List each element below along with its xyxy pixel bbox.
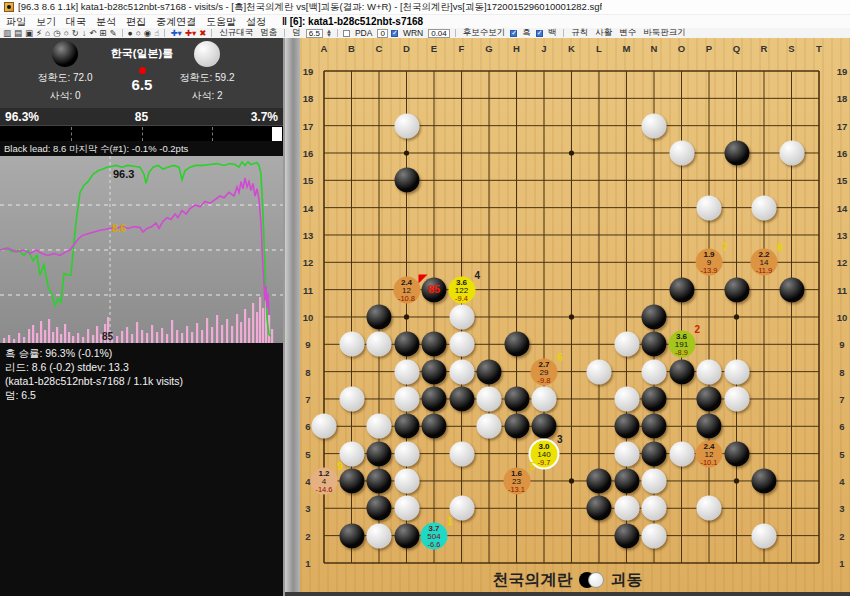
menu-7[interactable]: 설정 <box>246 15 266 29</box>
toolbar: ▥▤▣⚡⌂◷○↻↓↶⊞✎●○◉☝✚▾✚▾✖신규대국멈춤덤6.5▲ ▼PDA0WR… <box>0 28 850 38</box>
app-icon <box>4 2 14 12</box>
show-white-checkbox[interactable] <box>536 30 543 37</box>
current-turn-dot <box>139 67 146 74</box>
black-stone-N7[interactable] <box>642 386 667 411</box>
coord-col-F: F <box>459 43 465 54</box>
red-x-icon[interactable]: ✖ <box>199 28 206 38</box>
black-stone-M2[interactable] <box>614 523 639 548</box>
black-stone-E11[interactable]: 85 <box>422 277 447 302</box>
pause-button[interactable]: 멈춤 <box>258 28 279 38</box>
candidate-move-E2[interactable]: 3.7504-6.61 <box>421 522 448 549</box>
coord-col-S: S <box>788 43 794 54</box>
menu-0[interactable]: 파일 <box>6 15 26 29</box>
coord-col-Q: Q <box>733 43 740 54</box>
black-stone-M4[interactable] <box>614 468 639 493</box>
black-stone-E7[interactable] <box>422 386 447 411</box>
coord-row-left-16: 16 <box>303 147 314 158</box>
coord-row-right-2: 2 <box>839 530 844 541</box>
players-panel: 정확도: 72.0 사석: 0 한국(일본)룰 6.5 정확도: 59.2 사석… <box>0 38 283 108</box>
white-stone-G6[interactable] <box>477 414 502 439</box>
coord-row-left-15: 15 <box>303 175 314 186</box>
winrate-graph[interactable]: 96.38.685 <box>0 156 283 343</box>
info-line-engine: (kata1-b28c512nbt-s7168 / 1.1k visits) <box>5 374 278 388</box>
coord-row-left-2: 2 <box>305 530 310 541</box>
toolbar-separator <box>337 29 338 37</box>
winbar-tick <box>212 127 213 141</box>
coord-row-right-10: 10 <box>837 311 848 322</box>
rules-button[interactable]: 규칙 <box>569 28 590 38</box>
white-stone-N3[interactable] <box>642 496 667 521</box>
black-stone-S11[interactable] <box>779 277 804 302</box>
window-bottom-strip <box>285 592 850 596</box>
engine-start-icon[interactable]: ⚡ <box>36 28 42 38</box>
coord-row-right-15: 15 <box>837 175 848 186</box>
black-stone-R4[interactable] <box>752 468 777 493</box>
game-caption: 천국의계란괴동 <box>285 570 850 591</box>
window-title: [96.3 8.6 1.1k] kata1-b28c512nbt-s7168 -… <box>18 1 602 14</box>
coord-row-left-14: 14 <box>303 202 314 213</box>
white-stone-O16[interactable] <box>669 140 694 165</box>
white-stone-D17[interactable] <box>394 113 419 138</box>
black-stone-N10[interactable] <box>642 304 667 329</box>
info-line-lead: 리드: 8.6 (-0.2) stdev: 13.3 <box>5 360 278 374</box>
new-game-button[interactable]: 신규대국 <box>217 28 255 38</box>
move-number: 85 <box>0 110 283 124</box>
coord-row-right-3: 3 <box>839 503 844 514</box>
black-stone-G8[interactable] <box>477 359 502 384</box>
white-player-info: 정확도: 59.2 사석: 2 <box>160 38 254 103</box>
svg-text:85: 85 <box>102 331 114 342</box>
white-label: 백 <box>546 28 559 38</box>
black-stone-E8[interactable] <box>422 359 447 384</box>
menu-4[interactable]: 편집 <box>126 15 146 29</box>
white-stone-F10[interactable] <box>449 304 474 329</box>
white-stone-D4[interactable] <box>394 468 419 493</box>
lifedeath-button[interactable]: 사활 <box>593 28 614 38</box>
winrate-row: 96.3% 85 3.7% <box>0 108 283 125</box>
menu-6[interactable]: 도움말 <box>206 15 236 29</box>
winbar-tick <box>142 127 143 141</box>
lead-row: Black lead: 8.6 마지막 수(#1): -0.1% -0.2pts <box>0 141 283 156</box>
coord-col-N: N <box>651 43 658 54</box>
coord-row-left-17: 17 <box>303 120 314 131</box>
candidate-move-H4[interactable]: 1.623-13.15 <box>503 467 530 494</box>
coord-col-E: E <box>431 43 437 54</box>
white-stone-N17[interactable] <box>642 113 667 138</box>
last-move-number: 85 <box>422 282 447 294</box>
black-stone-J6[interactable] <box>532 414 557 439</box>
white-stone-L8[interactable] <box>587 359 612 384</box>
svg-text:8.6: 8.6 <box>112 223 126 234</box>
coord-col-M: M <box>623 43 631 54</box>
empty-circle-icon[interactable]: ○ <box>64 28 69 38</box>
black-stone-N6[interactable] <box>642 414 667 439</box>
white-stone-D5[interactable] <box>394 441 419 466</box>
coord-col-C: C <box>376 43 383 54</box>
komi-input[interactable]: 6.5 <box>306 29 323 38</box>
coord-row-left-7: 7 <box>305 393 310 404</box>
white-stone-R2[interactable] <box>752 523 777 548</box>
wrn-checkbox[interactable] <box>391 30 398 37</box>
black-stone-H7[interactable] <box>504 386 529 411</box>
copy-board-icon[interactable]: ▥ <box>3 28 11 38</box>
white-share-segment <box>272 127 282 141</box>
coord-col-J: J <box>541 43 546 54</box>
coord-col-T: T <box>816 43 822 54</box>
coord-col-L: L <box>596 43 602 54</box>
white-stone-Q8[interactable] <box>724 359 749 384</box>
candidate-move-F11[interactable]: 3.6122-9.44 <box>448 276 475 303</box>
katago-analysis-window: [96.3 8.6 1.1k] kata1-b28c512nbt-s7168 -… <box>0 0 850 596</box>
analysis-panel: 정확도: 72.0 사석: 0 한국(일본)룰 6.5 정확도: 59.2 사석… <box>0 38 285 596</box>
black-stone-D2[interactable] <box>394 523 419 548</box>
white-stone-C2[interactable] <box>367 523 392 548</box>
toolbar-separator <box>563 29 564 37</box>
coord-col-H: H <box>513 43 520 54</box>
white-stone-F8[interactable] <box>449 359 474 384</box>
white-player-name: 괴동 <box>611 571 643 588</box>
svg-text:96.3: 96.3 <box>113 168 134 180</box>
black-stone-P7[interactable] <box>697 386 722 411</box>
coord-row-right-16: 16 <box>837 147 848 158</box>
coord-col-B: B <box>348 43 355 54</box>
coord-row-right-14: 14 <box>837 202 848 213</box>
komi-spinner[interactable]: ▲ ▼ <box>326 29 332 37</box>
coord-row-left-12: 12 <box>303 257 314 268</box>
black-stone-M6[interactable] <box>614 414 639 439</box>
black-stone-O11[interactable] <box>669 277 694 302</box>
session-label: ‖ [6]: kata1-b28c512nbt-s7168 <box>282 16 423 27</box>
pda-input[interactable]: 0 <box>377 29 387 38</box>
menu-1[interactable]: 보기 <box>36 15 56 29</box>
white-stone-D8[interactable] <box>394 359 419 384</box>
white-stone-P3[interactable] <box>697 496 722 521</box>
undo-arrow-icon[interactable]: ↶ <box>89 28 96 38</box>
black-stone-D6[interactable] <box>394 414 419 439</box>
coord-col-A: A <box>321 43 328 54</box>
wrn-label: WRN <box>401 28 425 38</box>
white-stone-icon <box>194 41 220 67</box>
show-candidates-label: 후보수보기 <box>461 28 508 38</box>
white-stone-N2[interactable] <box>642 523 667 548</box>
white-stone-S16[interactable] <box>779 140 804 165</box>
candidate-move-P5[interactable]: 2.412-10.1 <box>696 440 723 467</box>
white-stone-N4[interactable] <box>642 468 667 493</box>
black-stone-H6[interactable] <box>504 414 529 439</box>
white-stone-J7[interactable] <box>532 386 557 411</box>
white-winrate: 3.7% <box>251 110 278 124</box>
white-stone-B9[interactable] <box>339 332 364 357</box>
white-stone-O5[interactable] <box>669 441 694 466</box>
white-stone-Q7[interactable] <box>724 386 749 411</box>
white-stone-C6[interactable] <box>367 414 392 439</box>
winbar-tick <box>71 127 72 141</box>
info-line-komi: 덤: 6.5 <box>5 388 278 402</box>
coord-row-right-18: 18 <box>837 93 848 104</box>
coord-col-P: P <box>706 43 712 54</box>
winrate-bar[interactable] <box>0 125 283 141</box>
coord-row-right-19: 19 <box>837 66 848 77</box>
toolbar-separator <box>455 29 456 37</box>
coord-row-left-3: 3 <box>305 503 310 514</box>
black-stone-Q16[interactable] <box>724 140 749 165</box>
candidate-move-R12[interactable]: 2.214-11.98 <box>751 249 778 276</box>
menu-2[interactable]: 대국 <box>66 15 86 29</box>
coord-row-right-13: 13 <box>837 229 848 240</box>
black-stone-N9[interactable] <box>642 332 667 357</box>
menu-3[interactable]: 분석 <box>96 15 116 29</box>
white-stone-F5[interactable] <box>449 441 474 466</box>
menu-5[interactable]: 중계연결 <box>156 15 196 29</box>
toolbar-separator <box>164 29 165 37</box>
black-stone-Q5[interactable] <box>724 441 749 466</box>
candidate-move-A4[interactable]: 1.24-14.69 <box>311 467 338 494</box>
boardsize-button[interactable]: 바둑판크기 <box>641 28 688 38</box>
coord-col-R: R <box>761 43 768 54</box>
coord-row-left-18: 18 <box>303 93 314 104</box>
toolbar-separator <box>122 29 123 37</box>
black-stone-E9[interactable] <box>422 332 447 357</box>
menu-bar: 파일보기대국분석편집중계연결도움말설정‖ [6]: kata1-b28c512n… <box>0 15 850 28</box>
black-stone-D9[interactable] <box>394 332 419 357</box>
coord-row-left-1: 1 <box>305 557 310 568</box>
coord-row-right-8: 8 <box>839 366 844 377</box>
white-stone-P14[interactable] <box>697 195 722 220</box>
variation-button[interactable]: 변수 <box>617 28 638 38</box>
white-stone-F3[interactable] <box>449 496 474 521</box>
black-stone-icon[interactable]: ● <box>128 28 133 38</box>
red-cross-icon[interactable]: ✚▾ <box>185 28 196 38</box>
coord-row-left-6: 6 <box>305 421 310 432</box>
pencil-icon[interactable]: ✎ <box>109 28 116 38</box>
coord-row-right-1: 1 <box>839 557 844 568</box>
black-stone-Q11[interactable] <box>724 277 749 302</box>
grid-icon[interactable]: ⊞ <box>99 28 106 38</box>
black-stone-C4[interactable] <box>367 468 392 493</box>
coord-row-right-7: 7 <box>839 393 844 404</box>
candidate-move-D11[interactable]: 2.412-10.8 <box>393 276 420 303</box>
black-stone-C10[interactable] <box>367 304 392 329</box>
coord-row-right-11: 11 <box>837 284 847 295</box>
hand-icon[interactable]: ☝ <box>154 28 159 38</box>
white-stone-A6[interactable] <box>312 414 337 439</box>
white-stone-N8[interactable] <box>642 359 667 384</box>
info-line-winrate: 흑 승률: 96.3% (-0.1%) <box>5 346 278 360</box>
coord-row-right-4: 4 <box>839 475 844 486</box>
save-icon[interactable]: ▣ <box>25 28 33 38</box>
coord-row-left-10: 10 <box>303 311 314 322</box>
black-stone-B2[interactable] <box>339 523 364 548</box>
coord-row-left-13: 13 <box>303 229 314 240</box>
coord-row-left-9: 9 <box>305 339 310 350</box>
blue-cross-icon[interactable]: ✚▾ <box>170 28 181 38</box>
black-player-name: 천국의계란 <box>493 571 573 588</box>
white-stone-M7[interactable] <box>614 386 639 411</box>
black-stone-L3[interactable] <box>587 496 612 521</box>
black-stone-L4[interactable] <box>587 468 612 493</box>
white-stone-M3[interactable] <box>614 496 639 521</box>
black-stone-H9[interactable] <box>504 332 529 357</box>
bank-icon[interactable]: ⌂ <box>45 28 50 38</box>
black-stone-C5[interactable] <box>367 441 392 466</box>
coord-row-left-5: 5 <box>305 448 310 459</box>
down-arrow-icon[interactable]: ↓ <box>82 28 86 38</box>
coord-row-left-19: 19 <box>303 66 314 77</box>
candidate-move-J8[interactable]: 2.729-9.86 <box>531 358 558 385</box>
white-stone-D3[interactable] <box>394 496 419 521</box>
black-stone-D15[interactable] <box>394 168 419 193</box>
show-black-checkbox[interactable] <box>510 30 517 37</box>
coord-col-K: K <box>568 43 575 54</box>
black-stone-F7[interactable] <box>449 386 474 411</box>
coord-row-right-5: 5 <box>839 448 844 459</box>
wrn-input[interactable]: 0.04 <box>428 29 450 38</box>
open-folder-icon[interactable]: ▤ <box>14 28 22 38</box>
pda-label: PDA <box>353 28 374 38</box>
coord-row-right-6: 6 <box>839 421 844 432</box>
coord-row-right-9: 9 <box>839 339 844 350</box>
white-stone-P8[interactable] <box>697 359 722 384</box>
black-label: 흑 <box>520 28 533 38</box>
refresh-icon[interactable]: ↻ <box>72 28 79 38</box>
goban-area: A1919B1818C1717D1616E1515F1414G1313H1212… <box>285 38 850 596</box>
black-stone-N5[interactable] <box>642 441 667 466</box>
candidate-move-O9[interactable]: 3.6191-8.92 <box>668 331 695 358</box>
white-stone-icon[interactable]: ○ <box>136 28 141 38</box>
candidate-move-P12[interactable]: 1.99-13.97 <box>696 249 723 276</box>
coord-col-D: D <box>403 43 410 54</box>
toolbar-separator <box>211 29 212 37</box>
coord-col-G: G <box>485 43 492 54</box>
clock-icon[interactable]: ◷ <box>53 28 60 38</box>
white-stone-B7[interactable] <box>339 386 364 411</box>
coord-row-right-17: 17 <box>837 120 848 131</box>
coord-row-left-11: 11 <box>303 284 313 295</box>
black-stone-icon <box>52 41 78 67</box>
komi-label: 덤 <box>290 28 303 38</box>
small-stone-icon[interactable]: ◉ <box>144 28 151 38</box>
black-stone-P6[interactable] <box>697 414 722 439</box>
black-stone-B4[interactable] <box>339 468 364 493</box>
coord-row-left-8: 8 <box>305 366 310 377</box>
two-stones-icon <box>579 572 605 588</box>
title-bar: [96.3 8.6 1.1k] kata1-b28c512nbt-s7168 -… <box>0 0 850 15</box>
toolbar-separator <box>284 29 285 37</box>
pda-checkbox[interactable] <box>343 30 350 37</box>
goban[interactable]: A1919B1818C1717D1616E1515F1414G1313H1212… <box>300 38 850 596</box>
black-stone-C3[interactable] <box>367 496 392 521</box>
board-left-edge <box>285 38 300 596</box>
coord-row-right-12: 12 <box>837 257 848 268</box>
black-stone-E6[interactable] <box>422 414 447 439</box>
white-stone-F9[interactable] <box>449 332 474 357</box>
white-stone-R14[interactable] <box>752 195 777 220</box>
white-stone-G7[interactable] <box>477 386 502 411</box>
white-stone-M9[interactable] <box>614 332 639 357</box>
white-stone-B5[interactable] <box>339 441 364 466</box>
white-stone-D7[interactable] <box>394 386 419 411</box>
black-stone-O8[interactable] <box>669 359 694 384</box>
white-stone-C9[interactable] <box>367 332 392 357</box>
white-stone-M5[interactable] <box>614 441 639 466</box>
engine-info-box: 흑 승률: 96.3% (-0.1%) 리드: 8.6 (-0.2) stdev… <box>0 343 283 596</box>
coord-col-O: O <box>678 43 685 54</box>
white-captures: 사석: 2 <box>160 89 254 103</box>
white-accuracy: 정확도: 59.2 <box>160 71 254 85</box>
